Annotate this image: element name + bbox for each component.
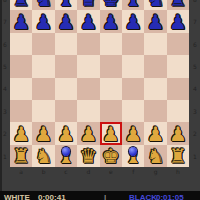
chess-board[interactable]: ♜♞♝♛♚♝♞♜♟♟♟♟♟♟♟♟♟♟♟♟♟♟♟♟♜♞♝♛♚♝♞♜	[10, 0, 189, 167]
square-a4[interactable]	[10, 78, 32, 100]
file-label-a: a	[10, 168, 32, 175]
square-h7[interactable]: ♟	[167, 10, 189, 32]
square-b1[interactable]: ♞	[32, 145, 54, 167]
piece-white-pawn[interactable]: ♟	[12, 124, 30, 144]
square-f2[interactable]: ♟	[122, 122, 144, 144]
rank-label-4-left: 4	[2, 85, 8, 92]
square-a7[interactable]: ♟	[10, 10, 32, 32]
square-c1[interactable]: ♝	[55, 145, 77, 167]
piece-black-pawn[interactable]: ♟	[12, 12, 30, 32]
square-f1[interactable]: ♝	[122, 145, 144, 167]
square-f5[interactable]	[122, 55, 144, 77]
piece-black-rook[interactable]: ♜	[12, 0, 30, 9]
piece-white-knight[interactable]: ♞	[35, 146, 53, 166]
square-f4[interactable]	[122, 78, 144, 100]
square-a5[interactable]	[10, 55, 32, 77]
rank-label-6-right: 6	[192, 41, 198, 48]
rank-label-3-left: 3	[2, 108, 8, 115]
square-g3[interactable]	[144, 100, 166, 122]
rank-label-7-right: 7	[192, 18, 198, 25]
square-h8[interactable]: ♜	[167, 0, 189, 10]
square-a6[interactable]	[10, 33, 32, 55]
square-h2[interactable]: ♟	[167, 122, 189, 144]
piece-black-pawn[interactable]: ♟	[147, 12, 165, 32]
square-e5[interactable]	[100, 55, 122, 77]
piece-white-pawn[interactable]: ♟	[124, 124, 142, 144]
piece-white-pawn[interactable]: ♟	[79, 124, 97, 144]
square-d1[interactable]: ♛	[77, 145, 99, 167]
square-e1[interactable]: ♚	[100, 145, 122, 167]
square-c6[interactable]	[55, 33, 77, 55]
piece-black-queen[interactable]: ♛	[79, 0, 97, 9]
square-h6[interactable]	[167, 33, 189, 55]
square-d5[interactable]	[77, 55, 99, 77]
file-label-e: e	[100, 168, 122, 175]
white-clock-time: 0:00:41	[38, 194, 66, 200]
piece-black-bishop[interactable]: ♝	[124, 0, 142, 9]
piece-black-knight[interactable]: ♞	[35, 0, 53, 9]
rank-label-1-right: 1	[192, 153, 198, 160]
square-f3[interactable]	[122, 100, 144, 122]
square-a1[interactable]: ♜	[10, 145, 32, 167]
square-c3[interactable]	[55, 100, 77, 122]
square-b8[interactable]: ♞	[32, 0, 54, 10]
square-d8[interactable]: ♛	[77, 0, 99, 10]
bishop-blue-mitre-icon	[62, 147, 70, 156]
square-a2[interactable]: ♟	[10, 122, 32, 144]
square-h3[interactable]	[167, 100, 189, 122]
piece-black-pawn[interactable]: ♟	[35, 12, 53, 32]
square-f7[interactable]: ♟	[122, 10, 144, 32]
rank-label-8-left: 8	[2, 0, 8, 3]
rank-label-2-right: 2	[192, 130, 198, 137]
piece-white-king[interactable]: ♚	[102, 146, 120, 166]
square-e4[interactable]	[100, 78, 122, 100]
square-c2[interactable]: ♟	[55, 122, 77, 144]
clock-divider: |	[104, 194, 106, 200]
square-b7[interactable]: ♟	[32, 10, 54, 32]
square-g6[interactable]	[144, 33, 166, 55]
clock-status-bar: WHITE 0:00:41 | BLACK 0:01:05	[0, 191, 200, 200]
rank-label-5-right: 5	[192, 63, 198, 70]
rank-label-2-left: 2	[2, 130, 8, 137]
screen-left-edge	[0, 0, 2, 191]
square-g5[interactable]	[144, 55, 166, 77]
square-b3[interactable]	[32, 100, 54, 122]
file-label-c: c	[55, 168, 77, 175]
square-b6[interactable]	[32, 33, 54, 55]
square-b4[interactable]	[32, 78, 54, 100]
square-h4[interactable]	[167, 78, 189, 100]
piece-white-rook[interactable]: ♜	[169, 146, 187, 166]
file-label-f: f	[122, 168, 144, 175]
square-e2[interactable]: ♟	[100, 122, 122, 144]
square-b2[interactable]: ♟	[32, 122, 54, 144]
rank-label-6-left: 6	[2, 41, 8, 48]
square-f8[interactable]: ♝	[122, 0, 144, 10]
square-d4[interactable]	[77, 78, 99, 100]
rank-label-5-left: 5	[2, 63, 8, 70]
black-clock-time: 0:01:05	[156, 194, 184, 200]
square-d2[interactable]: ♟	[77, 122, 99, 144]
file-label-g: g	[144, 168, 166, 175]
square-f6[interactable]	[122, 33, 144, 55]
piece-white-rook[interactable]: ♜	[12, 146, 30, 166]
black-clock-label: BLACK	[129, 194, 157, 200]
piece-black-rook[interactable]: ♜	[169, 0, 187, 9]
square-g7[interactable]: ♟	[144, 10, 166, 32]
piece-black-pawn[interactable]: ♟	[79, 12, 97, 32]
square-d7[interactable]: ♟	[77, 10, 99, 32]
rank-label-7-left: 7	[2, 18, 8, 25]
square-h1[interactable]: ♜	[167, 145, 189, 167]
square-a8[interactable]: ♜	[10, 0, 32, 10]
square-e8[interactable]: ♚	[100, 0, 122, 10]
square-g2[interactable]: ♟	[144, 122, 166, 144]
square-c8[interactable]: ♝	[55, 0, 77, 10]
square-c5[interactable]	[55, 55, 77, 77]
piece-white-queen[interactable]: ♛	[79, 146, 97, 166]
square-e7[interactable]: ♟	[100, 10, 122, 32]
square-c7[interactable]: ♟	[55, 10, 77, 32]
square-g4[interactable]	[144, 78, 166, 100]
piece-black-pawn[interactable]: ♟	[124, 12, 142, 32]
piece-white-knight[interactable]: ♞	[147, 146, 165, 166]
square-a3[interactable]	[10, 100, 32, 122]
square-c4[interactable]	[55, 78, 77, 100]
white-clock-label: WHITE	[4, 194, 30, 200]
rank-label-4-right: 4	[192, 85, 198, 92]
piece-black-knight[interactable]: ♞	[147, 0, 165, 9]
piece-black-pawn[interactable]: ♟	[102, 12, 120, 32]
square-e3[interactable]	[100, 100, 122, 122]
file-label-b: b	[32, 168, 54, 175]
piece-white-pawn[interactable]: ♟	[57, 124, 75, 144]
square-e6[interactable]	[100, 33, 122, 55]
square-g1[interactable]: ♞	[144, 145, 166, 167]
square-b5[interactable]	[32, 55, 54, 77]
piece-white-pawn[interactable]: ♟	[102, 124, 120, 144]
square-h5[interactable]	[167, 55, 189, 77]
piece-black-pawn[interactable]: ♟	[169, 12, 187, 32]
square-d3[interactable]	[77, 100, 99, 122]
piece-white-pawn[interactable]: ♟	[169, 124, 187, 144]
piece-black-pawn[interactable]: ♟	[57, 12, 75, 32]
piece-white-pawn[interactable]: ♟	[35, 124, 53, 144]
piece-black-bishop[interactable]: ♝	[57, 0, 75, 9]
bishop-blue-mitre-icon	[129, 147, 137, 156]
square-g8[interactable]: ♞	[144, 0, 166, 10]
file-label-h: h	[167, 168, 189, 175]
square-d6[interactable]	[77, 33, 99, 55]
rank-label-8-right: 8	[192, 0, 198, 3]
rank-label-1-left: 1	[2, 153, 8, 160]
piece-black-king[interactable]: ♚	[102, 0, 120, 9]
rank-label-3-right: 3	[192, 108, 198, 115]
file-label-d: d	[77, 168, 99, 175]
piece-white-pawn[interactable]: ♟	[147, 124, 165, 144]
